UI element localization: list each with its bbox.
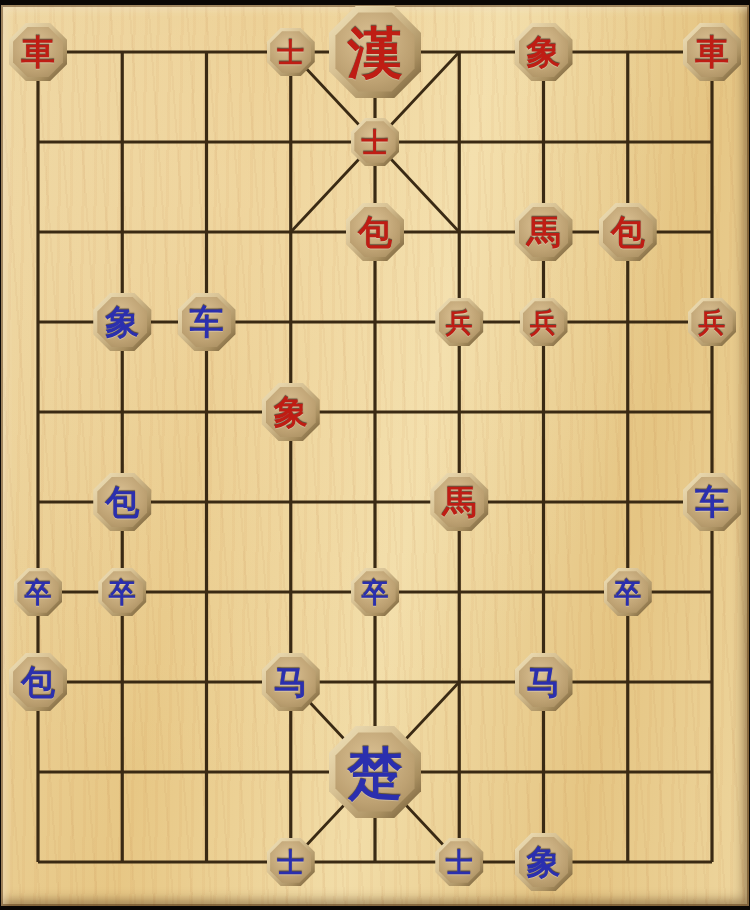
pieces-layer: 車士漢象車士包馬包象车兵兵兵象包馬车卒卒卒卒包马马楚士士象: [1, 5, 749, 906]
piece-glyph: 車: [21, 35, 55, 69]
piece-glyph: 馬: [527, 215, 561, 249]
janggi-board: 車士漢象車士包馬包象车兵兵兵象包馬车卒卒卒卒包马马楚士士象: [1, 5, 749, 906]
piece-glyph: 兵: [446, 309, 473, 336]
piece-blue-soldier[interactable]: 卒: [351, 568, 399, 616]
piece-glyph: 馬: [442, 485, 476, 519]
piece-blue-soldier[interactable]: 卒: [14, 568, 62, 616]
piece-red-horse[interactable]: 馬: [515, 203, 573, 261]
piece-glyph: 象: [105, 305, 139, 339]
piece-blue-horse[interactable]: 马: [262, 653, 320, 711]
piece-blue-king[interactable]: 楚: [329, 726, 421, 818]
piece-glyph: 士: [362, 129, 389, 156]
piece-glyph: 象: [527, 845, 561, 879]
piece-red-advisor[interactable]: 士: [351, 118, 399, 166]
piece-red-elephant[interactable]: 象: [262, 383, 320, 441]
piece-glyph: 卒: [25, 579, 52, 606]
piece-red-elephant[interactable]: 象: [515, 23, 573, 81]
janggi-app: 車士漢象車士包馬包象车兵兵兵象包馬车卒卒卒卒包马马楚士士象: [0, 0, 750, 910]
piece-glyph: 象: [527, 35, 561, 69]
piece-blue-horse[interactable]: 马: [515, 653, 573, 711]
piece-red-cannon[interactable]: 包: [599, 203, 657, 261]
piece-blue-advisor[interactable]: 士: [435, 838, 483, 886]
piece-blue-advisor[interactable]: 士: [267, 838, 315, 886]
piece-glyph: 士: [277, 849, 304, 876]
piece-glyph: 兵: [530, 309, 557, 336]
piece-blue-cannon[interactable]: 包: [9, 653, 67, 711]
piece-glyph: 卒: [109, 579, 136, 606]
piece-blue-cannon[interactable]: 包: [93, 473, 151, 531]
piece-red-cannon[interactable]: 包: [346, 203, 404, 261]
piece-glyph: 包: [358, 215, 392, 249]
piece-red-chariot[interactable]: 車: [9, 23, 67, 81]
piece-glyph: 車: [695, 35, 729, 69]
piece-red-king[interactable]: 漢: [329, 6, 421, 98]
piece-blue-elephant[interactable]: 象: [515, 833, 573, 891]
piece-glyph: 马: [274, 665, 308, 699]
piece-glyph: 兵: [699, 309, 726, 336]
piece-red-soldier[interactable]: 兵: [520, 298, 568, 346]
piece-red-soldier[interactable]: 兵: [435, 298, 483, 346]
piece-glyph: 象: [274, 395, 308, 429]
piece-blue-elephant[interactable]: 象: [93, 293, 151, 351]
piece-glyph: 包: [611, 215, 645, 249]
piece-glyph: 卒: [614, 579, 641, 606]
piece-red-horse[interactable]: 馬: [430, 473, 488, 531]
piece-blue-chariot[interactable]: 车: [178, 293, 236, 351]
piece-glyph: 车: [190, 305, 224, 339]
piece-glyph: 包: [105, 485, 139, 519]
piece-glyph: 士: [446, 849, 473, 876]
piece-red-chariot[interactable]: 車: [683, 23, 741, 81]
piece-glyph: 漢: [348, 25, 403, 80]
piece-blue-soldier[interactable]: 卒: [98, 568, 146, 616]
piece-glyph: 马: [527, 665, 561, 699]
piece-glyph: 士: [277, 39, 304, 66]
piece-red-soldier[interactable]: 兵: [688, 298, 736, 346]
piece-blue-chariot[interactable]: 车: [683, 473, 741, 531]
piece-red-advisor[interactable]: 士: [267, 28, 315, 76]
piece-glyph: 包: [21, 665, 55, 699]
piece-glyph: 卒: [362, 579, 389, 606]
piece-glyph: 车: [695, 485, 729, 519]
piece-blue-soldier[interactable]: 卒: [604, 568, 652, 616]
piece-glyph: 楚: [348, 745, 403, 800]
